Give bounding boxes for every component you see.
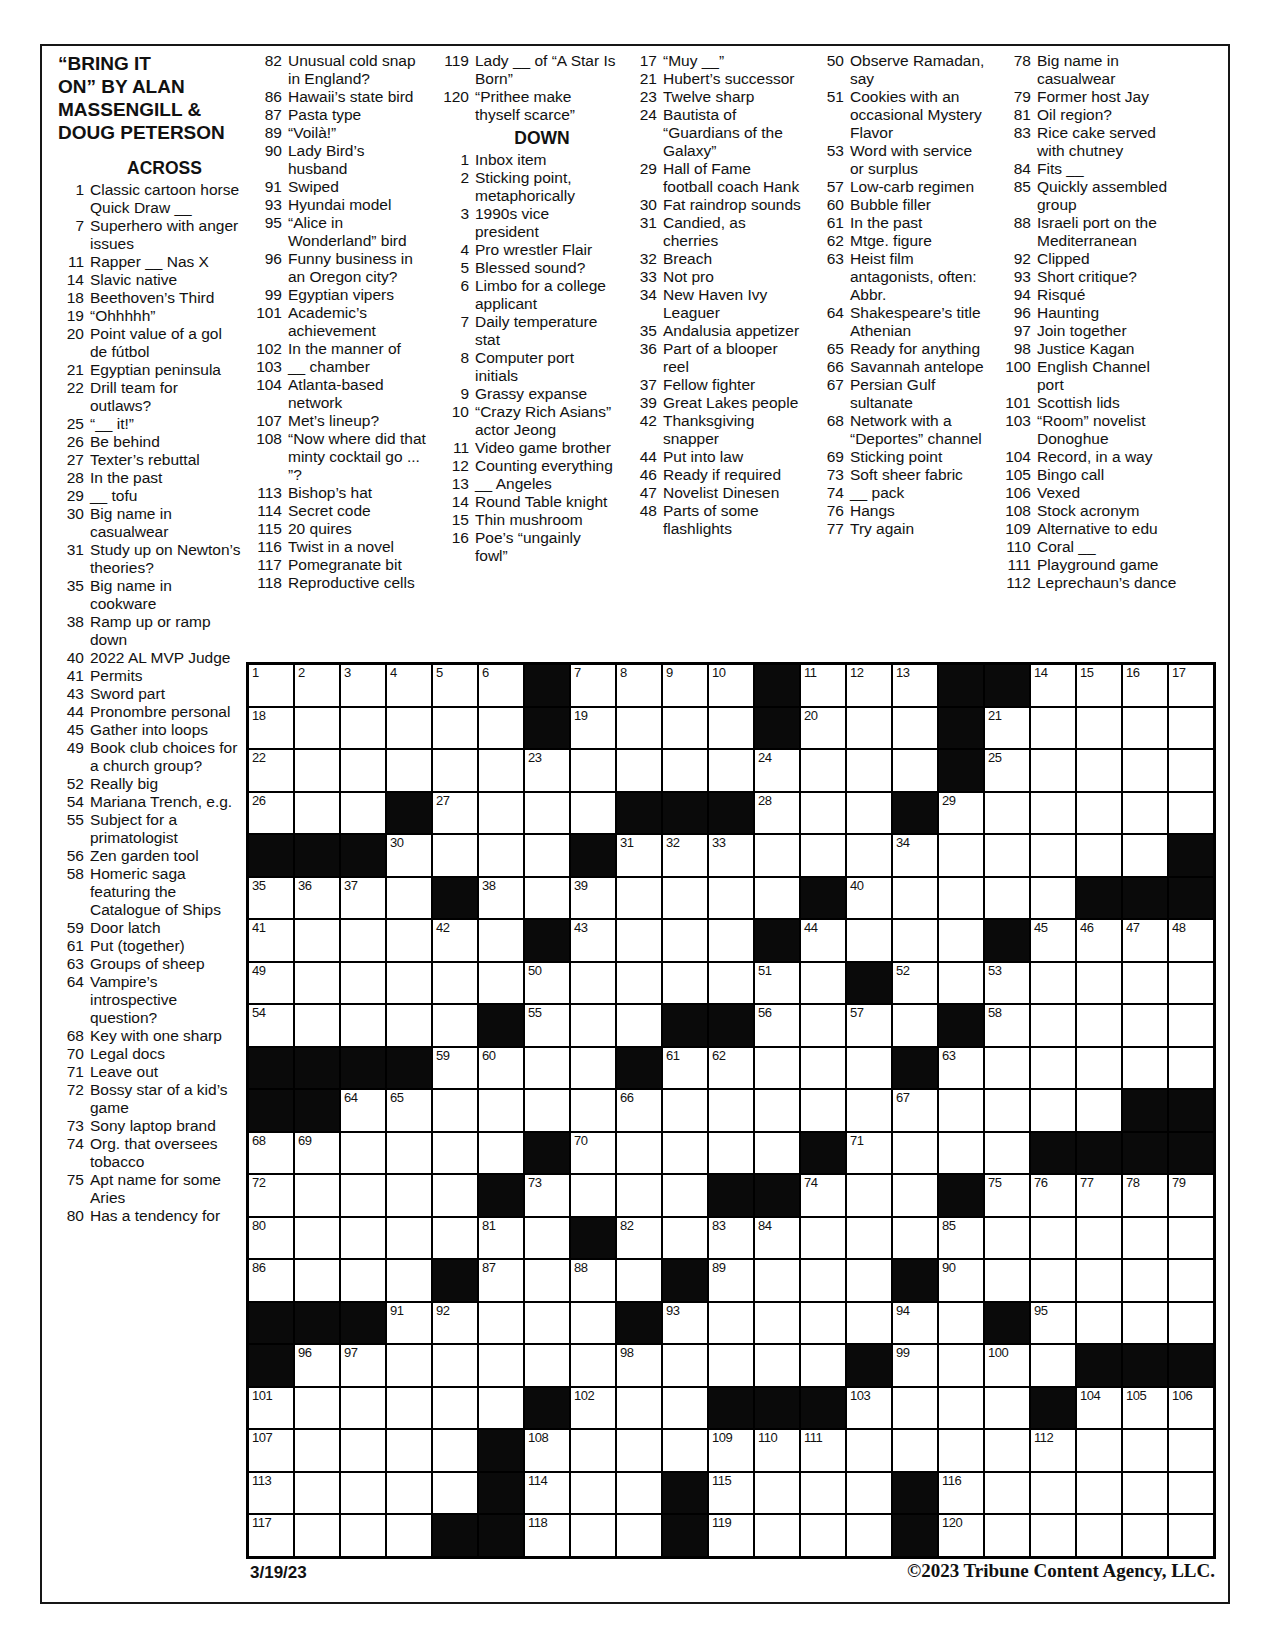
grid-cell-r13c21[interactable]: 79 [1169,1175,1213,1216]
grid-cell-r16c11[interactable] [709,1303,753,1344]
grid-cell-r7c14[interactable] [847,920,891,961]
grid-cell-r21c9[interactable] [617,1515,661,1556]
grid-cell-r7c16[interactable] [939,920,983,961]
grid-cell-r14c20[interactable] [1123,1218,1167,1259]
grid-cell-r1c9[interactable]: 8 [617,665,661,706]
grid-cell-r13c14[interactable] [847,1175,891,1216]
grid-cell-r7c9[interactable] [617,920,661,961]
grid-cell-r20c14[interactable] [847,1473,891,1514]
grid-cell-r17c12[interactable] [755,1345,799,1386]
grid-cell-r21c14[interactable] [847,1515,891,1556]
grid-cell-r21c20[interactable] [1123,1515,1167,1556]
grid-cell-r17c18[interactable] [1031,1345,1075,1386]
grid-cell-r4c19[interactable] [1077,793,1121,834]
grid-cell-r14c5[interactable] [433,1218,477,1259]
grid-cell-r7c15[interactable] [893,920,937,961]
grid-cell-r16c4[interactable]: 91 [387,1303,431,1344]
grid-cell-r8c18[interactable] [1031,963,1075,1004]
grid-cell-r14c2[interactable] [295,1218,339,1259]
grid-cell-r13c13[interactable]: 74 [801,1175,845,1216]
grid-cell-r19c7[interactable]: 108 [525,1430,569,1471]
grid-cell-r19c4[interactable] [387,1430,431,1471]
grid-cell-r8c6[interactable] [479,963,523,1004]
grid-cell-r15c6[interactable]: 87 [479,1260,523,1301]
grid-cell-r20c9[interactable] [617,1473,661,1514]
grid-cell-r14c1[interactable]: 80 [249,1218,293,1259]
grid-cell-r20c2[interactable] [295,1473,339,1514]
grid-cell-r1c8[interactable]: 7 [571,665,615,706]
grid-cell-r4c2[interactable] [295,793,339,834]
grid-cell-r7c11[interactable] [709,920,753,961]
grid-cell-r11c19[interactable] [1077,1090,1121,1131]
grid-cell-r15c1[interactable]: 86 [249,1260,293,1301]
grid-cell-r8c5[interactable] [433,963,477,1004]
grid-cell-r9c2[interactable] [295,1005,339,1046]
grid-cell-r14c19[interactable] [1077,1218,1121,1259]
grid-cell-r1c1[interactable]: 1 [249,665,293,706]
grid-cell-r17c13[interactable] [801,1345,845,1386]
grid-cell-r17c9[interactable]: 98 [617,1345,661,1386]
grid-cell-r16c18[interactable]: 95 [1031,1303,1075,1344]
grid-cell-r15c7[interactable] [525,1260,569,1301]
grid-cell-r8c11[interactable] [709,963,753,1004]
grid-cell-r7c3[interactable] [341,920,385,961]
grid-cell-r10c8[interactable] [571,1048,615,1089]
grid-cell-r20c12[interactable] [755,1473,799,1514]
grid-cell-r9c21[interactable] [1169,1005,1213,1046]
grid-cell-r14c17[interactable] [985,1218,1029,1259]
grid-cell-r3c2[interactable] [295,750,339,791]
grid-cell-r13c7[interactable]: 73 [525,1175,569,1216]
grid-cell-r7c8[interactable]: 43 [571,920,615,961]
grid-cell-r19c15[interactable] [893,1430,937,1471]
grid-cell-r5c10[interactable]: 32 [663,835,707,876]
grid-cell-r1c21[interactable]: 17 [1169,665,1213,706]
grid-cell-r16c16[interactable] [939,1303,983,1344]
grid-cell-r20c16[interactable]: 116 [939,1473,983,1514]
grid-cell-r8c13[interactable] [801,963,845,1004]
grid-cell-r12c9[interactable] [617,1133,661,1174]
grid-cell-r10c7[interactable] [525,1048,569,1089]
grid-cell-r5c18[interactable] [1031,835,1075,876]
grid-cell-r21c12[interactable] [755,1515,799,1556]
grid-cell-r8c2[interactable] [295,963,339,1004]
grid-cell-r8c1[interactable]: 49 [249,963,293,1004]
grid-cell-r4c12[interactable]: 28 [755,793,799,834]
grid-cell-r13c5[interactable] [433,1175,477,1216]
grid-cell-r3c12[interactable]: 24 [755,750,799,791]
grid-cell-r14c16[interactable]: 85 [939,1218,983,1259]
grid-cell-r21c1[interactable]: 117 [249,1515,293,1556]
grid-cell-r21c13[interactable] [801,1515,845,1556]
grid-cell-r16c15[interactable]: 94 [893,1303,937,1344]
grid-cell-r12c11[interactable] [709,1133,753,1174]
grid-cell-r9c12[interactable]: 56 [755,1005,799,1046]
grid-cell-r9c20[interactable] [1123,1005,1167,1046]
grid-cell-r18c4[interactable] [387,1388,431,1429]
grid-cell-r16c10[interactable]: 93 [663,1303,707,1344]
grid-cell-r14c13[interactable] [801,1218,845,1259]
grid-cell-r7c20[interactable]: 47 [1123,920,1167,961]
grid-cell-r9c18[interactable] [1031,1005,1075,1046]
grid-cell-r14c10[interactable] [663,1218,707,1259]
grid-cell-r10c21[interactable] [1169,1048,1213,1089]
grid-cell-r3c18[interactable] [1031,750,1075,791]
grid-cell-r14c4[interactable] [387,1218,431,1259]
grid-cell-r3c19[interactable] [1077,750,1121,791]
grid-cell-r18c17[interactable] [985,1388,1029,1429]
grid-cell-r1c5[interactable]: 5 [433,665,477,706]
grid-cell-r12c14[interactable]: 71 [847,1133,891,1174]
grid-cell-r20c18[interactable] [1031,1473,1075,1514]
grid-cell-r1c10[interactable]: 9 [663,665,707,706]
grid-cell-r4c18[interactable] [1031,793,1075,834]
grid-cell-r19c5[interactable] [433,1430,477,1471]
grid-cell-r15c20[interactable] [1123,1260,1167,1301]
grid-cell-r13c15[interactable] [893,1175,937,1216]
grid-cell-r2c9[interactable] [617,708,661,749]
grid-cell-r7c18[interactable]: 45 [1031,920,1075,961]
grid-cell-r16c14[interactable] [847,1303,891,1344]
grid-cell-r19c2[interactable] [295,1430,339,1471]
grid-cell-r9c1[interactable]: 54 [249,1005,293,1046]
grid-cell-r12c16[interactable] [939,1133,983,1174]
grid-cell-r10c16[interactable]: 63 [939,1048,983,1089]
grid-cell-r15c12[interactable] [755,1260,799,1301]
grid-cell-r18c6[interactable] [479,1388,523,1429]
grid-cell-r2c19[interactable] [1077,708,1121,749]
grid-cell-r20c4[interactable] [387,1473,431,1514]
grid-cell-r18c16[interactable] [939,1388,983,1429]
grid-cell-r10c10[interactable]: 61 [663,1048,707,1089]
grid-cell-r21c8[interactable] [571,1515,615,1556]
grid-cell-r19c20[interactable] [1123,1430,1167,1471]
grid-cell-r11c10[interactable] [663,1090,707,1131]
grid-cell-r21c18[interactable] [1031,1515,1075,1556]
grid-cell-r13c1[interactable]: 72 [249,1175,293,1216]
grid-cell-r5c19[interactable] [1077,835,1121,876]
grid-cell-r11c4[interactable]: 65 [387,1090,431,1131]
grid-cell-r16c7[interactable] [525,1303,569,1344]
grid-cell-r4c20[interactable] [1123,793,1167,834]
grid-cell-r11c11[interactable] [709,1090,753,1131]
grid-cell-r19c3[interactable] [341,1430,385,1471]
grid-cell-r21c11[interactable]: 119 [709,1515,753,1556]
grid-cell-r2c18[interactable] [1031,708,1075,749]
grid-cell-r11c9[interactable]: 66 [617,1090,661,1131]
grid-cell-r2c21[interactable] [1169,708,1213,749]
grid-cell-r7c21[interactable]: 48 [1169,920,1213,961]
grid-cell-r10c14[interactable] [847,1048,891,1089]
grid-cell-r10c18[interactable] [1031,1048,1075,1089]
grid-cell-r2c11[interactable] [709,708,753,749]
grid-cell-r1c6[interactable]: 6 [479,665,523,706]
grid-cell-r10c5[interactable]: 59 [433,1048,477,1089]
grid-cell-r10c17[interactable] [985,1048,1029,1089]
grid-cell-r3c14[interactable] [847,750,891,791]
grid-cell-r15c21[interactable] [1169,1260,1213,1301]
grid-cell-r19c10[interactable] [663,1430,707,1471]
grid-cell-r7c10[interactable] [663,920,707,961]
grid-cell-r21c16[interactable]: 120 [939,1515,983,1556]
grid-cell-r6c15[interactable] [893,878,937,919]
grid-cell-r19c21[interactable] [1169,1430,1213,1471]
grid-cell-r3c4[interactable] [387,750,431,791]
grid-cell-r13c19[interactable]: 77 [1077,1175,1121,1216]
grid-cell-r11c7[interactable] [525,1090,569,1131]
grid-cell-r13c17[interactable]: 75 [985,1175,1029,1216]
grid-cell-r12c2[interactable]: 69 [295,1133,339,1174]
grid-cell-r18c1[interactable]: 101 [249,1388,293,1429]
grid-cell-r13c2[interactable] [295,1175,339,1216]
grid-cell-r20c19[interactable] [1077,1473,1121,1514]
grid-cell-r16c13[interactable] [801,1303,845,1344]
grid-cell-r17c2[interactable]: 96 [295,1345,339,1386]
grid-cell-r3c9[interactable] [617,750,661,791]
grid-cell-r8c21[interactable] [1169,963,1213,1004]
grid-cell-r3c15[interactable] [893,750,937,791]
grid-cell-r6c2[interactable]: 36 [295,878,339,919]
grid-cell-r20c8[interactable] [571,1473,615,1514]
grid-cell-r5c6[interactable] [479,835,523,876]
grid-cell-r14c14[interactable] [847,1218,891,1259]
grid-cell-r8c10[interactable] [663,963,707,1004]
grid-cell-r15c2[interactable] [295,1260,339,1301]
grid-cell-r14c9[interactable]: 82 [617,1218,661,1259]
grid-cell-r21c21[interactable] [1169,1515,1213,1556]
grid-cell-r13c9[interactable] [617,1175,661,1216]
grid-cell-r11c14[interactable] [847,1090,891,1131]
grid-cell-r18c10[interactable] [663,1388,707,1429]
grid-cell-r21c17[interactable] [985,1515,1029,1556]
grid-cell-r9c13[interactable] [801,1005,845,1046]
grid-cell-r3c11[interactable] [709,750,753,791]
grid-cell-r6c3[interactable]: 37 [341,878,385,919]
grid-cell-r9c9[interactable] [617,1005,661,1046]
grid-cell-r4c3[interactable] [341,793,385,834]
grid-cell-r13c10[interactable] [663,1175,707,1216]
grid-cell-r1c19[interactable]: 15 [1077,665,1121,706]
grid-cell-r21c3[interactable] [341,1515,385,1556]
grid-cell-r4c7[interactable] [525,793,569,834]
grid-cell-r19c16[interactable] [939,1430,983,1471]
grid-cell-r18c8[interactable]: 102 [571,1388,615,1429]
grid-cell-r2c15[interactable] [893,708,937,749]
grid-cell-r18c14[interactable]: 103 [847,1388,891,1429]
grid-cell-r21c4[interactable] [387,1515,431,1556]
grid-cell-r4c5[interactable]: 27 [433,793,477,834]
grid-cell-r18c15[interactable] [893,1388,937,1429]
grid-cell-r18c20[interactable]: 105 [1123,1388,1167,1429]
grid-cell-r12c17[interactable] [985,1133,1029,1174]
grid-cell-r5c17[interactable] [985,835,1029,876]
grid-cell-r16c20[interactable] [1123,1303,1167,1344]
grid-cell-r15c9[interactable] [617,1260,661,1301]
grid-cell-r2c20[interactable] [1123,708,1167,749]
grid-cell-r4c14[interactable] [847,793,891,834]
grid-cell-r15c18[interactable] [1031,1260,1075,1301]
grid-cell-r6c12[interactable] [755,878,799,919]
grid-cell-r9c7[interactable]: 55 [525,1005,569,1046]
grid-cell-r21c2[interactable] [295,1515,339,1556]
grid-cell-r14c6[interactable]: 81 [479,1218,523,1259]
grid-cell-r2c3[interactable] [341,708,385,749]
grid-cell-r9c19[interactable] [1077,1005,1121,1046]
grid-cell-r7c6[interactable] [479,920,523,961]
grid-cell-r3c17[interactable]: 25 [985,750,1029,791]
grid-cell-r14c15[interactable] [893,1218,937,1259]
grid-cell-r12c1[interactable]: 68 [249,1133,293,1174]
grid-cell-r15c3[interactable] [341,1260,385,1301]
grid-cell-r1c4[interactable]: 4 [387,665,431,706]
grid-cell-r13c4[interactable] [387,1175,431,1216]
grid-cell-r1c13[interactable]: 11 [801,665,845,706]
grid-cell-r19c18[interactable]: 112 [1031,1430,1075,1471]
grid-cell-r7c2[interactable] [295,920,339,961]
grid-cell-r16c8[interactable] [571,1303,615,1344]
grid-cell-r2c5[interactable] [433,708,477,749]
grid-cell-r6c4[interactable] [387,878,431,919]
grid-cell-r14c3[interactable] [341,1218,385,1259]
grid-cell-r8c3[interactable] [341,963,385,1004]
grid-cell-r12c3[interactable] [341,1133,385,1174]
grid-cell-r17c11[interactable] [709,1345,753,1386]
grid-cell-r3c3[interactable] [341,750,385,791]
grid-cell-r6c8[interactable]: 39 [571,878,615,919]
grid-cell-r20c5[interactable] [433,1473,477,1514]
grid-cell-r19c13[interactable]: 111 [801,1430,845,1471]
grid-cell-r10c11[interactable]: 62 [709,1048,753,1089]
grid-cell-r3c21[interactable] [1169,750,1213,791]
grid-cell-r11c5[interactable] [433,1090,477,1131]
grid-cell-r17c3[interactable]: 97 [341,1345,385,1386]
grid-cell-r13c3[interactable] [341,1175,385,1216]
grid-cell-r2c6[interactable] [479,708,523,749]
grid-cell-r4c8[interactable] [571,793,615,834]
grid-cell-r8c16[interactable] [939,963,983,1004]
grid-cell-r7c5[interactable]: 42 [433,920,477,961]
grid-cell-r1c20[interactable]: 16 [1123,665,1167,706]
grid-cell-r2c17[interactable]: 21 [985,708,1029,749]
grid-cell-r5c14[interactable] [847,835,891,876]
grid-cell-r17c5[interactable] [433,1345,477,1386]
grid-cell-r12c5[interactable] [433,1133,477,1174]
grid-cell-r11c16[interactable] [939,1090,983,1131]
grid-cell-r3c20[interactable] [1123,750,1167,791]
grid-cell-r9c4[interactable] [387,1005,431,1046]
grid-cell-r10c19[interactable] [1077,1048,1121,1089]
grid-cell-r10c12[interactable] [755,1048,799,1089]
grid-cell-r4c1[interactable]: 26 [249,793,293,834]
grid-cell-r6c1[interactable]: 35 [249,878,293,919]
grid-cell-r14c11[interactable]: 83 [709,1218,753,1259]
grid-cell-r12c6[interactable] [479,1133,523,1174]
grid-cell-r1c11[interactable]: 10 [709,665,753,706]
grid-cell-r2c2[interactable] [295,708,339,749]
grid-cell-r5c16[interactable] [939,835,983,876]
grid-cell-r8c9[interactable] [617,963,661,1004]
grid-cell-r17c10[interactable] [663,1345,707,1386]
grid-cell-r11c3[interactable]: 64 [341,1090,385,1131]
grid-cell-r15c19[interactable] [1077,1260,1121,1301]
grid-cell-r5c13[interactable] [801,835,845,876]
grid-cell-r6c18[interactable] [1031,878,1075,919]
grid-cell-r5c11[interactable]: 33 [709,835,753,876]
grid-cell-r13c20[interactable]: 78 [1123,1175,1167,1216]
grid-cell-r14c12[interactable]: 84 [755,1218,799,1259]
grid-cell-r3c6[interactable] [479,750,523,791]
grid-cell-r3c13[interactable] [801,750,845,791]
grid-cell-r8c4[interactable] [387,963,431,1004]
grid-cell-r8c15[interactable]: 52 [893,963,937,1004]
grid-cell-r19c14[interactable] [847,1430,891,1471]
grid-cell-r7c1[interactable]: 41 [249,920,293,961]
grid-cell-r7c19[interactable]: 46 [1077,920,1121,961]
grid-cell-r17c7[interactable] [525,1345,569,1386]
grid-cell-r13c8[interactable] [571,1175,615,1216]
grid-cell-r7c4[interactable] [387,920,431,961]
grid-cell-r20c17[interactable] [985,1473,1029,1514]
grid-cell-r17c6[interactable] [479,1345,523,1386]
grid-cell-r3c1[interactable]: 22 [249,750,293,791]
grid-cell-r9c15[interactable] [893,1005,937,1046]
grid-cell-r5c20[interactable] [1123,835,1167,876]
grid-cell-r12c12[interactable] [755,1133,799,1174]
grid-cell-r2c8[interactable]: 19 [571,708,615,749]
grid-cell-r15c4[interactable] [387,1260,431,1301]
grid-cell-r6c17[interactable] [985,878,1029,919]
grid-cell-r10c6[interactable]: 60 [479,1048,523,1089]
grid-cell-r13c18[interactable]: 76 [1031,1175,1075,1216]
grid-cell-r20c13[interactable] [801,1473,845,1514]
grid-cell-r12c4[interactable] [387,1133,431,1174]
grid-cell-r18c9[interactable] [617,1388,661,1429]
grid-cell-r8c20[interactable] [1123,963,1167,1004]
grid-cell-r15c13[interactable] [801,1260,845,1301]
grid-cell-r14c18[interactable] [1031,1218,1075,1259]
grid-cell-r8c19[interactable] [1077,963,1121,1004]
grid-cell-r11c12[interactable] [755,1090,799,1131]
grid-cell-r18c21[interactable]: 106 [1169,1388,1213,1429]
grid-cell-r9c8[interactable] [571,1005,615,1046]
grid-cell-r19c1[interactable]: 107 [249,1430,293,1471]
grid-cell-r4c17[interactable] [985,793,1029,834]
grid-cell-r17c4[interactable] [387,1345,431,1386]
grid-cell-r5c12[interactable] [755,835,799,876]
grid-cell-r2c13[interactable]: 20 [801,708,845,749]
grid-cell-r11c8[interactable] [571,1090,615,1131]
grid-cell-r17c16[interactable] [939,1345,983,1386]
grid-cell-r8c12[interactable]: 51 [755,963,799,1004]
grid-cell-r5c4[interactable]: 30 [387,835,431,876]
grid-cell-r1c18[interactable]: 14 [1031,665,1075,706]
grid-cell-r20c11[interactable]: 115 [709,1473,753,1514]
grid-cell-r10c13[interactable] [801,1048,845,1089]
grid-cell-r12c15[interactable] [893,1133,937,1174]
grid-cell-r19c19[interactable] [1077,1430,1121,1471]
grid-cell-r3c8[interactable] [571,750,615,791]
grid-cell-r7c13[interactable]: 44 [801,920,845,961]
grid-cell-r11c6[interactable] [479,1090,523,1131]
grid-cell-r19c17[interactable] [985,1430,1029,1471]
grid-cell-r2c10[interactable] [663,708,707,749]
grid-cell-r16c6[interactable] [479,1303,523,1344]
grid-cell-r15c16[interactable]: 90 [939,1260,983,1301]
grid-cell-r3c5[interactable] [433,750,477,791]
grid-cell-r16c19[interactable] [1077,1303,1121,1344]
grid-cell-r10c20[interactable] [1123,1048,1167,1089]
grid-cell-r16c12[interactable] [755,1303,799,1344]
